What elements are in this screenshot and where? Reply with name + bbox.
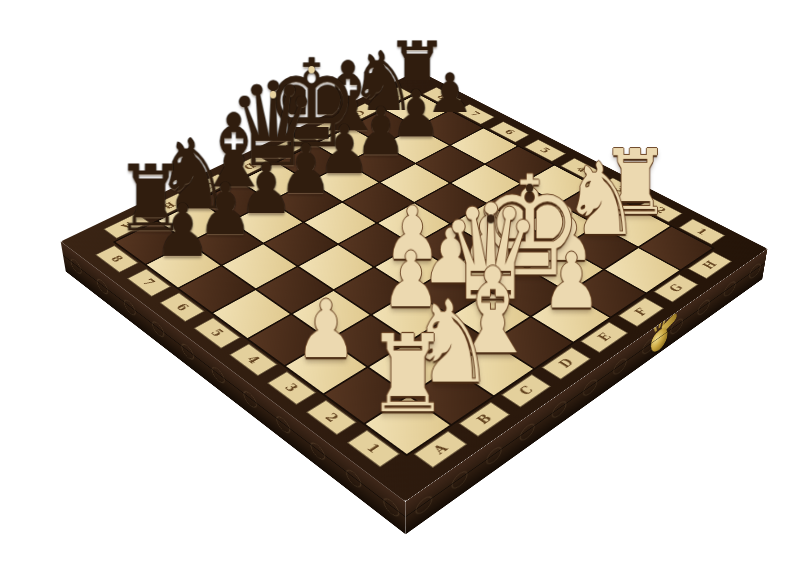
white-rook-a1: ♜ (327, 239, 487, 426)
white-bishop-icon: ♝ (448, 257, 539, 369)
coordinate-label-e: E (581, 322, 629, 353)
white-rook-icon: ♜ (366, 324, 449, 426)
white-knight-icon: ♞ (407, 288, 495, 396)
scene: ABCDEFGH ABCDEFGH 87654321 87654321 ♜♞♝♛… (0, 0, 800, 571)
clasp-prong (653, 323, 657, 333)
finial-tip (270, 91, 276, 99)
chess-board: ABCDEFGH ABCDEFGH 87654321 87654321 ♜♞♝♛… (61, 70, 768, 501)
finial-tip (308, 66, 314, 73)
